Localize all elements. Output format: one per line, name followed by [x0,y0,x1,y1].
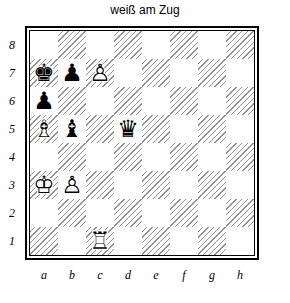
square-a3: ♚♔ [30,171,58,199]
square-b1 [58,227,86,255]
square-f3 [170,171,198,199]
square-b5: ♝♝ [58,115,86,143]
square-c2 [86,199,114,227]
file-label-a: a [30,266,58,284]
black-bishop-icon: ♝♝ [59,115,85,143]
square-h5 [226,115,254,143]
black-pawn-icon: ♟♟ [31,87,57,115]
chess-board: ♚♚♟♟♟♙♟♟♝♗♝♝♛♛♚♔♟♙♜♖ [29,30,255,256]
file-label-g: g [198,266,226,284]
file-label-d: d [114,266,142,284]
square-d7 [114,59,142,87]
square-f4 [170,143,198,171]
square-f7 [170,59,198,87]
square-b4 [58,143,86,171]
white-rook-icon: ♜♖ [87,227,113,255]
square-e3 [142,171,170,199]
white-bishop-icon: ♝♗ [31,115,57,143]
rank-label-1: 1 [2,227,22,255]
square-h8 [226,31,254,59]
file-label-f: f [170,266,198,284]
square-f6 [170,87,198,115]
square-e2 [142,199,170,227]
file-label-h: h [226,266,254,284]
rank-label-2: 2 [2,199,22,227]
square-d2 [114,199,142,227]
square-f2 [170,199,198,227]
square-e7 [142,59,170,87]
square-d8 [114,31,142,59]
file-label-b: b [58,266,86,284]
white-pawn-icon: ♟♙ [59,171,85,199]
square-c1: ♜♖ [86,227,114,255]
square-g3 [198,171,226,199]
square-a5: ♝♗ [30,115,58,143]
square-b6 [58,87,86,115]
square-a4 [30,143,58,171]
square-c4 [86,143,114,171]
square-g1 [198,227,226,255]
square-h2 [226,199,254,227]
page-root: { "game": "chess", "title": "weiß am Zug… [0,0,290,303]
square-d1 [114,227,142,255]
file-label-e: e [142,266,170,284]
square-a6: ♟♟ [30,87,58,115]
rank-label-6: 6 [2,87,22,115]
square-c8 [86,31,114,59]
square-d6 [114,87,142,115]
square-f1 [170,227,198,255]
square-e1 [142,227,170,255]
square-f5 [170,115,198,143]
file-label-c: c [86,266,114,284]
square-g8 [198,31,226,59]
square-f8 [170,31,198,59]
square-a8 [30,31,58,59]
black-pawn-icon: ♟♟ [59,59,85,87]
square-h7 [226,59,254,87]
square-a2 [30,199,58,227]
square-g7 [198,59,226,87]
rank-label-4: 4 [2,143,22,171]
rank-label-3: 3 [2,171,22,199]
square-e4 [142,143,170,171]
black-king-icon: ♚♚ [31,59,57,87]
square-g6 [198,87,226,115]
black-queen-icon: ♛♛ [115,115,141,143]
square-d4 [114,143,142,171]
square-c7: ♟♙ [86,59,114,87]
caption-side-to-move: weiß am Zug [0,3,290,17]
square-d5: ♛♛ [114,115,142,143]
board-frame: ♚♚♟♟♟♙♟♟♝♗♝♝♛♛♚♔♟♙♜♖ [25,26,259,260]
square-a1 [30,227,58,255]
square-b7: ♟♟ [58,59,86,87]
square-a7: ♚♚ [30,59,58,87]
square-b3: ♟♙ [58,171,86,199]
square-e6 [142,87,170,115]
square-h3 [226,171,254,199]
rank-label-7: 7 [2,59,22,87]
square-d3 [114,171,142,199]
square-b2 [58,199,86,227]
square-e8 [142,31,170,59]
square-e5 [142,115,170,143]
rank-label-8: 8 [2,31,22,59]
square-b8 [58,31,86,59]
square-h6 [226,87,254,115]
square-c6 [86,87,114,115]
rank-labels: 87654321 [2,31,22,255]
square-g4 [198,143,226,171]
file-labels: abcdefgh [30,266,254,284]
white-pawn-icon: ♟♙ [87,59,113,87]
square-g5 [198,115,226,143]
white-king-icon: ♚♔ [31,171,57,199]
rank-label-5: 5 [2,115,22,143]
square-h4 [226,143,254,171]
square-g2 [198,199,226,227]
square-c5 [86,115,114,143]
square-h1 [226,227,254,255]
square-c3 [86,171,114,199]
